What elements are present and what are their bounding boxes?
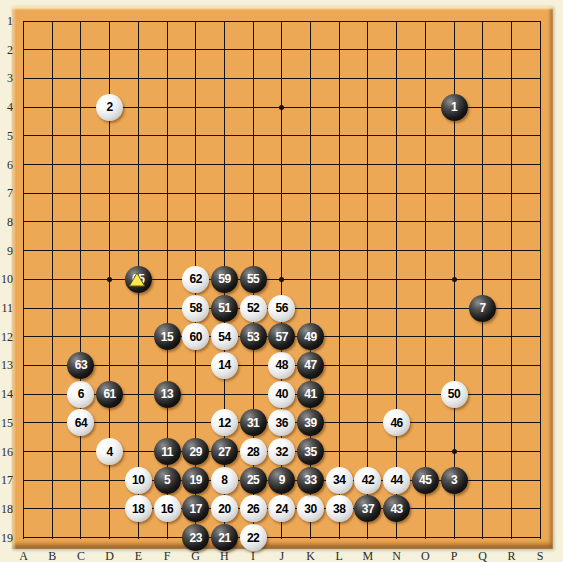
row-label-16: 16 xyxy=(0,445,13,459)
row-label-15: 15 xyxy=(0,416,13,430)
row-label-2: 2 xyxy=(0,43,13,57)
grid-line-vertical xyxy=(52,21,53,539)
stone-black-K15[interactable]: 39 xyxy=(297,409,324,436)
move-number: 29 xyxy=(190,445,202,459)
column-label-K: K xyxy=(301,549,321,562)
column-label-A: A xyxy=(14,549,34,562)
stone-white-P14[interactable]: 50 xyxy=(441,381,468,408)
column-label-F: F xyxy=(157,549,177,562)
stone-black-H10[interactable]: 59 xyxy=(211,266,238,293)
move-number: 37 xyxy=(362,502,374,516)
stone-white-H18[interactable]: 20 xyxy=(211,495,238,522)
column-label-C: C xyxy=(71,549,91,562)
row-label-12: 12 xyxy=(0,330,13,344)
column-label-O: O xyxy=(415,549,435,562)
move-number: 63 xyxy=(75,358,87,372)
grid-line-horizontal xyxy=(24,78,542,79)
stone-white-C14[interactable]: 6 xyxy=(67,381,94,408)
move-number: 51 xyxy=(218,301,230,315)
move-number: 40 xyxy=(276,387,288,401)
column-label-N: N xyxy=(387,549,407,562)
move-number: 24 xyxy=(276,502,288,516)
stone-white-C15[interactable]: 64 xyxy=(67,409,94,436)
stone-black-D14[interactable]: 61 xyxy=(96,381,123,408)
column-label-J: J xyxy=(272,549,292,562)
move-number: 14 xyxy=(218,358,230,372)
stone-black-I15[interactable]: 31 xyxy=(240,409,267,436)
column-label-Q: Q xyxy=(473,549,493,562)
move-number: 11 xyxy=(161,445,173,459)
stone-white-J13[interactable]: 48 xyxy=(268,352,295,379)
move-number: 57 xyxy=(276,330,288,344)
move-number: 54 xyxy=(218,330,230,344)
column-label-M: M xyxy=(358,549,378,562)
move-number: 32 xyxy=(276,445,288,459)
row-label-10: 10 xyxy=(0,272,13,286)
move-number: 55 xyxy=(247,272,259,286)
move-number: 38 xyxy=(333,502,345,516)
move-number: 43 xyxy=(390,502,402,516)
stone-white-I11[interactable]: 52 xyxy=(240,295,267,322)
stone-white-E18[interactable]: 18 xyxy=(125,495,152,522)
stone-white-G10[interactable]: 62 xyxy=(182,266,209,293)
stone-black-F14[interactable]: 13 xyxy=(154,381,181,408)
row-label-5: 5 xyxy=(0,129,13,143)
stone-black-K13[interactable]: 47 xyxy=(297,352,324,379)
star-point xyxy=(279,277,284,282)
row-label-4: 4 xyxy=(0,100,13,114)
move-number: 56 xyxy=(276,301,288,315)
move-number: 4 xyxy=(107,445,113,459)
stone-black-F12[interactable]: 15 xyxy=(154,323,181,350)
move-number: 2 xyxy=(107,100,113,114)
move-number: 31 xyxy=(247,416,259,430)
move-number: 10 xyxy=(132,473,144,487)
star-point xyxy=(452,277,457,282)
move-number: 53 xyxy=(247,330,259,344)
column-label-H: H xyxy=(214,549,234,562)
stone-black-Q11[interactable]: 7 xyxy=(469,295,496,322)
stone-black-N18[interactable]: 43 xyxy=(383,495,410,522)
move-number: 50 xyxy=(448,387,460,401)
move-number: 46 xyxy=(390,416,402,430)
stone-black-I12[interactable]: 53 xyxy=(240,323,267,350)
move-number: 62 xyxy=(190,272,202,286)
stone-black-F16[interactable]: 11 xyxy=(154,438,181,465)
stone-white-J11[interactable]: 56 xyxy=(268,295,295,322)
stone-white-J18[interactable]: 24 xyxy=(268,495,295,522)
stone-white-D4[interactable]: 2 xyxy=(96,94,123,121)
stone-white-J15[interactable]: 36 xyxy=(268,409,295,436)
stone-white-F18[interactable]: 16 xyxy=(154,495,181,522)
stone-white-J16[interactable]: 32 xyxy=(268,438,295,465)
move-number: 25 xyxy=(247,473,259,487)
row-label-7: 7 xyxy=(0,186,13,200)
column-label-P: P xyxy=(444,549,464,562)
move-number: 9 xyxy=(279,473,285,487)
grid-line-horizontal xyxy=(24,193,542,194)
grid-line-horizontal xyxy=(24,135,542,136)
grid-line-vertical xyxy=(482,21,483,539)
grid-line-horizontal xyxy=(24,221,542,222)
column-label-R: R xyxy=(501,549,521,562)
move-number: 52 xyxy=(247,301,259,315)
stone-white-N15[interactable]: 46 xyxy=(383,409,410,436)
stone-black-G16[interactable]: 29 xyxy=(182,438,209,465)
stone-black-I10[interactable]: 55 xyxy=(240,266,267,293)
row-label-3: 3 xyxy=(0,71,13,85)
stone-white-E17[interactable]: 10 xyxy=(125,467,152,494)
move-number: 18 xyxy=(132,502,144,516)
move-number: 35 xyxy=(304,445,316,459)
row-label-6: 6 xyxy=(0,158,13,172)
stone-black-G18[interactable]: 17 xyxy=(182,495,209,522)
move-number: 12 xyxy=(218,416,230,430)
stone-white-I19[interactable]: 22 xyxy=(240,524,267,551)
move-number: 27 xyxy=(218,445,230,459)
stone-black-J12[interactable]: 57 xyxy=(268,323,295,350)
move-number: 61 xyxy=(103,387,115,401)
row-label-8: 8 xyxy=(0,215,13,229)
stone-black-E10[interactable]: 65 xyxy=(125,266,152,293)
grid-line-vertical xyxy=(425,21,426,539)
move-number: 44 xyxy=(390,473,402,487)
column-label-G: G xyxy=(186,549,206,562)
move-number: 1 xyxy=(451,100,457,114)
stone-white-I18[interactable]: 26 xyxy=(240,495,267,522)
stone-white-L17[interactable]: 34 xyxy=(326,467,353,494)
row-label-19: 19 xyxy=(0,531,13,545)
stone-white-L18[interactable]: 38 xyxy=(326,495,353,522)
move-number: 17 xyxy=(190,502,202,516)
move-number: 39 xyxy=(304,416,316,430)
move-number: 6 xyxy=(78,387,84,401)
star-point xyxy=(279,105,284,110)
move-number: 8 xyxy=(221,473,227,487)
stone-black-G17[interactable]: 19 xyxy=(182,467,209,494)
row-label-1: 1 xyxy=(0,14,13,28)
stone-black-G19[interactable]: 23 xyxy=(182,524,209,551)
grid-line-horizontal xyxy=(24,164,542,165)
grid-line-vertical xyxy=(80,21,81,539)
move-number: 30 xyxy=(304,502,316,516)
stone-white-G11[interactable]: 58 xyxy=(182,295,209,322)
move-number: 42 xyxy=(362,473,374,487)
stone-black-H11[interactable]: 51 xyxy=(211,295,238,322)
stone-white-J14[interactable]: 40 xyxy=(268,381,295,408)
stone-black-M18[interactable]: 37 xyxy=(354,495,381,522)
move-number: 21 xyxy=(218,531,230,545)
column-label-L: L xyxy=(329,549,349,562)
row-label-9: 9 xyxy=(0,244,13,258)
stone-white-K18[interactable]: 30 xyxy=(297,495,324,522)
move-number: 65 xyxy=(132,272,144,286)
grid-line-horizontal xyxy=(24,21,542,22)
move-number: 28 xyxy=(247,445,259,459)
stone-white-D16[interactable]: 4 xyxy=(96,438,123,465)
row-label-18: 18 xyxy=(0,502,13,516)
column-label-S: S xyxy=(530,549,550,562)
move-number: 26 xyxy=(247,502,259,516)
stone-white-H15[interactable]: 12 xyxy=(211,409,238,436)
go-game-diagram: 1234567891011121314151617181920212223242… xyxy=(0,0,563,562)
move-number: 59 xyxy=(218,272,230,286)
grid-line-horizontal xyxy=(24,537,542,538)
move-number: 22 xyxy=(247,531,259,545)
row-label-11: 11 xyxy=(0,301,13,315)
go-board[interactable]: 1234567891011121314151617181920212223242… xyxy=(12,6,553,549)
stone-black-K12[interactable]: 49 xyxy=(297,323,324,350)
grid-line-horizontal xyxy=(24,250,542,251)
stone-black-I17[interactable]: 25 xyxy=(240,467,267,494)
move-number: 33 xyxy=(304,473,316,487)
move-number: 49 xyxy=(304,330,316,344)
move-number: 60 xyxy=(190,330,202,344)
grid-line-horizontal xyxy=(24,49,542,50)
column-label-B: B xyxy=(42,549,62,562)
column-label-D: D xyxy=(100,549,120,562)
move-number: 19 xyxy=(190,473,202,487)
stone-white-G12[interactable]: 60 xyxy=(182,323,209,350)
grid-line-vertical xyxy=(367,21,368,539)
grid-line-vertical xyxy=(339,21,340,539)
grid-line-vertical xyxy=(511,21,512,539)
move-number: 64 xyxy=(75,416,87,430)
move-number: 20 xyxy=(218,502,230,516)
move-number: 45 xyxy=(419,473,431,487)
row-label-17: 17 xyxy=(0,473,13,487)
row-label-13: 13 xyxy=(0,358,13,372)
grid-line-vertical xyxy=(540,21,541,539)
stone-white-H12[interactable]: 54 xyxy=(211,323,238,350)
move-number: 7 xyxy=(480,301,486,315)
move-number: 3 xyxy=(451,473,457,487)
stone-black-H19[interactable]: 21 xyxy=(211,524,238,551)
move-number: 34 xyxy=(333,473,345,487)
move-number: 13 xyxy=(161,387,173,401)
stone-white-H17[interactable]: 8 xyxy=(211,467,238,494)
stone-black-P17[interactable]: 3 xyxy=(441,467,468,494)
stone-black-P4[interactable]: 1 xyxy=(441,94,468,121)
stone-black-K16[interactable]: 35 xyxy=(297,438,324,465)
stone-black-H16[interactable]: 27 xyxy=(211,438,238,465)
move-number: 15 xyxy=(161,330,173,344)
star-point xyxy=(452,449,457,454)
move-number: 36 xyxy=(276,416,288,430)
move-number: 5 xyxy=(164,473,170,487)
stone-black-O17[interactable]: 45 xyxy=(412,467,439,494)
row-label-14: 14 xyxy=(0,387,13,401)
star-point xyxy=(107,277,112,282)
stone-white-H13[interactable]: 14 xyxy=(211,352,238,379)
stone-black-C13[interactable]: 63 xyxy=(67,352,94,379)
stone-white-M17[interactable]: 42 xyxy=(354,467,381,494)
stone-black-K14[interactable]: 41 xyxy=(297,381,324,408)
move-number: 41 xyxy=(304,387,316,401)
stone-black-J17[interactable]: 9 xyxy=(268,467,295,494)
stone-white-N17[interactable]: 44 xyxy=(383,467,410,494)
column-label-I: I xyxy=(243,549,263,562)
column-label-E: E xyxy=(128,549,148,562)
stone-black-F17[interactable]: 5 xyxy=(154,467,181,494)
grid-line-vertical xyxy=(396,21,397,539)
stone-black-K17[interactable]: 33 xyxy=(297,467,324,494)
move-number: 48 xyxy=(276,358,288,372)
move-number: 23 xyxy=(190,531,202,545)
grid-line-vertical xyxy=(23,21,24,539)
stone-white-I16[interactable]: 28 xyxy=(240,438,267,465)
move-number: 47 xyxy=(304,358,316,372)
move-number: 58 xyxy=(190,301,202,315)
move-number: 16 xyxy=(161,502,173,516)
